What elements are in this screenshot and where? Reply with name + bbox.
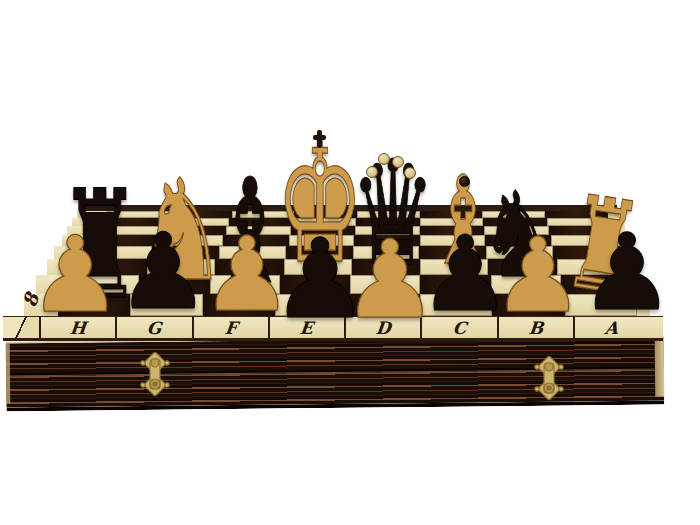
product-photo-stage: HGFEDCBA 8 8 ♜ ♞ ♝ ♚ ♛ ♝ ♞ ♜ ♟ ♟ ♟ ♟ ♟ ♟… [0, 0, 700, 525]
bishop-ball-finial [459, 176, 470, 187]
box-left-end-edge [6, 343, 11, 403]
piece-light-pawn-b8: ♟ [492, 224, 584, 327]
brass-clasp-left-icon [133, 351, 177, 397]
piece-dark-pawn-a8: ♟ [579, 220, 674, 326]
queen-finial-balls [366, 152, 418, 188]
king-cross-finial [311, 130, 328, 148]
piece-light-pawn-h8: ♟ [28, 223, 122, 328]
brass-clasp-right-icon [527, 355, 571, 401]
box-right-end-edge [655, 337, 665, 397]
piece-dark-pawn-g8: ♟ [116, 220, 210, 325]
